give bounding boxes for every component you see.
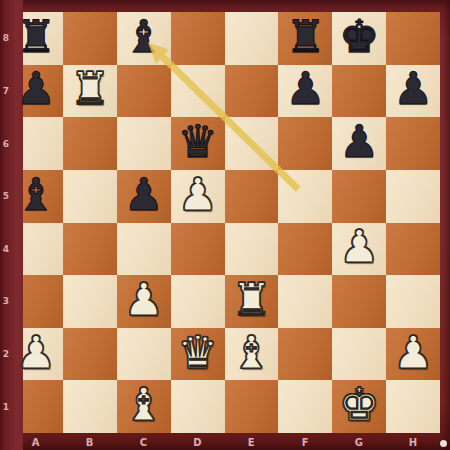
square-f4[interactable]: [278, 223, 332, 276]
chess-board-frame: ♜♝♜♚♟♜♟♟♛♟♝♟♟♟♟♜♟♛♝♟♝♚ 87654321 ABCDEFGH: [0, 0, 450, 450]
black-king-g8[interactable]: ♚: [332, 10, 386, 63]
white-bishop-c1[interactable]: ♝: [117, 378, 171, 431]
white-pawn-d5[interactable]: ♟: [171, 168, 225, 221]
square-h2[interactable]: ♟: [386, 328, 440, 381]
white-to-move-indicator-dot: [440, 440, 447, 447]
file-label-h: H: [409, 437, 418, 448]
file-label-f: F: [302, 437, 309, 448]
square-e2[interactable]: ♝: [225, 328, 279, 381]
square-c7[interactable]: [117, 65, 171, 118]
rank-label-4: 4: [0, 244, 12, 254]
square-h4[interactable]: [386, 223, 440, 276]
square-b6[interactable]: [63, 117, 117, 170]
square-g6[interactable]: ♟: [332, 117, 386, 170]
square-f1[interactable]: [278, 380, 332, 433]
white-pawn-h2[interactable]: ♟: [386, 326, 440, 379]
file-label-a: A: [32, 437, 40, 448]
rank-label-3: 3: [0, 296, 12, 306]
square-c5[interactable]: ♟: [117, 170, 171, 223]
square-b7[interactable]: ♜: [63, 65, 117, 118]
square-e6[interactable]: [225, 117, 279, 170]
square-d7[interactable]: [171, 65, 225, 118]
square-e3[interactable]: ♜: [225, 275, 279, 328]
square-e5[interactable]: [225, 170, 279, 223]
square-c3[interactable]: ♟: [117, 275, 171, 328]
square-d6[interactable]: ♛: [171, 117, 225, 170]
square-b1[interactable]: [63, 380, 117, 433]
white-bishop-e2[interactable]: ♝: [225, 326, 279, 379]
square-h1[interactable]: [386, 380, 440, 433]
square-c2[interactable]: [117, 328, 171, 381]
square-a7[interactable]: ♟: [9, 65, 63, 118]
black-rook-f8[interactable]: ♜: [278, 10, 332, 63]
square-h5[interactable]: [386, 170, 440, 223]
square-g7[interactable]: [332, 65, 386, 118]
square-d3[interactable]: [171, 275, 225, 328]
black-pawn-g6[interactable]: ♟: [332, 115, 386, 168]
file-label-b: B: [86, 437, 94, 448]
white-rook-e3[interactable]: ♜: [225, 273, 279, 326]
rank-label-1: 1: [0, 402, 12, 412]
square-e1[interactable]: [225, 380, 279, 433]
square-f3[interactable]: [278, 275, 332, 328]
square-c1[interactable]: ♝: [117, 380, 171, 433]
chess-board: ♜♝♜♚♟♜♟♟♛♟♝♟♟♟♟♜♟♛♝♟♝♚: [9, 12, 440, 433]
square-h8[interactable]: [386, 12, 440, 65]
square-c6[interactable]: [117, 117, 171, 170]
square-h7[interactable]: ♟: [386, 65, 440, 118]
square-d4[interactable]: [171, 223, 225, 276]
square-g3[interactable]: [332, 275, 386, 328]
square-g8[interactable]: ♚: [332, 12, 386, 65]
square-a2[interactable]: ♟: [9, 328, 63, 381]
black-bishop-a5[interactable]: ♝: [9, 168, 63, 221]
square-g5[interactable]: [332, 170, 386, 223]
square-h3[interactable]: [386, 275, 440, 328]
white-pawn-g4[interactable]: ♟: [332, 221, 386, 274]
white-pawn-a2[interactable]: ♟: [9, 326, 63, 379]
file-label-c: C: [140, 437, 148, 448]
square-a8[interactable]: ♜: [9, 12, 63, 65]
square-d1[interactable]: [171, 380, 225, 433]
square-c4[interactable]: [117, 223, 171, 276]
square-g2[interactable]: [332, 328, 386, 381]
square-b3[interactable]: [63, 275, 117, 328]
black-bishop-c8[interactable]: ♝: [117, 10, 171, 63]
rank-label-6: 6: [0, 139, 12, 149]
file-label-e: E: [248, 437, 255, 448]
square-c8[interactable]: ♝: [117, 12, 171, 65]
square-b4[interactable]: [63, 223, 117, 276]
black-pawn-f7[interactable]: ♟: [278, 63, 332, 116]
square-d5[interactable]: ♟: [171, 170, 225, 223]
white-king-g1[interactable]: ♚: [332, 378, 386, 431]
square-f2[interactable]: [278, 328, 332, 381]
square-f7[interactable]: ♟: [278, 65, 332, 118]
black-rook-a8[interactable]: ♜: [9, 10, 63, 63]
square-h6[interactable]: [386, 117, 440, 170]
black-pawn-a7[interactable]: ♟: [9, 63, 63, 116]
square-e8[interactable]: [225, 12, 279, 65]
square-b5[interactable]: [63, 170, 117, 223]
square-g1[interactable]: ♚: [332, 380, 386, 433]
black-pawn-c5[interactable]: ♟: [117, 168, 171, 221]
square-f6[interactable]: [278, 117, 332, 170]
square-b2[interactable]: [63, 328, 117, 381]
square-d8[interactable]: [171, 12, 225, 65]
file-label-g: G: [355, 437, 364, 448]
square-e7[interactable]: [225, 65, 279, 118]
square-g4[interactable]: ♟: [332, 223, 386, 276]
square-f5[interactable]: [278, 170, 332, 223]
file-label-d: D: [193, 437, 202, 448]
square-f8[interactable]: ♜: [278, 12, 332, 65]
black-pawn-h7[interactable]: ♟: [386, 63, 440, 116]
black-queen-d6[interactable]: ♛: [171, 115, 225, 168]
square-d2[interactable]: ♛: [171, 328, 225, 381]
square-a5[interactable]: ♝: [9, 170, 63, 223]
square-b8[interactable]: [63, 12, 117, 65]
square-e4[interactable]: [225, 223, 279, 276]
white-queen-d2[interactable]: ♛: [171, 326, 225, 379]
white-pawn-c3[interactable]: ♟: [117, 273, 171, 326]
white-rook-b7[interactable]: ♜: [63, 63, 117, 116]
